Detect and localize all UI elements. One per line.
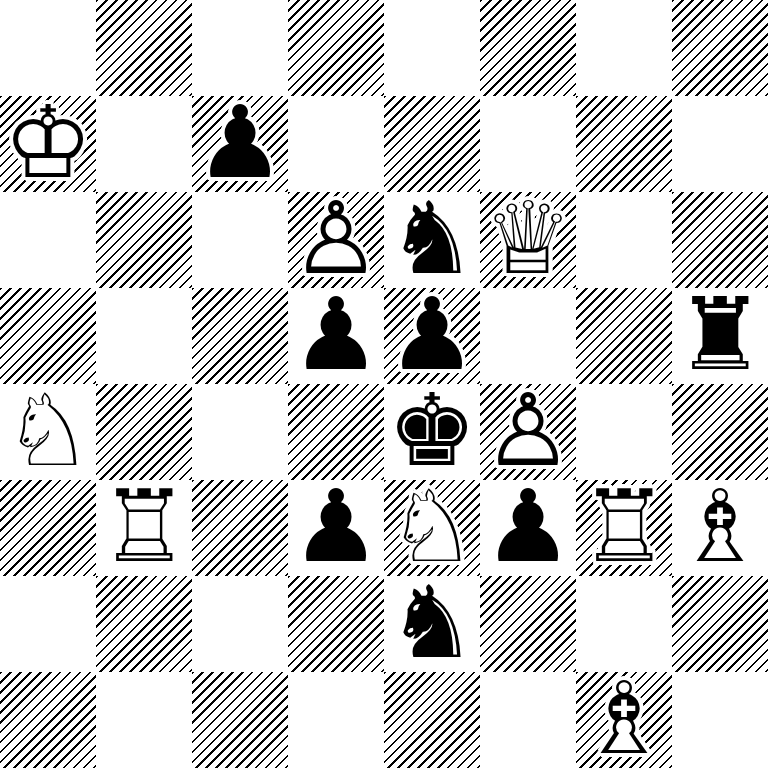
square-c5[interactable] bbox=[192, 288, 288, 384]
square-e7[interactable] bbox=[384, 96, 480, 192]
square-g5[interactable] bbox=[576, 288, 672, 384]
piece-white-pawn[interactable]: ♟♙ bbox=[480, 384, 576, 480]
piece-white-bishop[interactable]: ♝♗ bbox=[672, 480, 768, 576]
square-a1[interactable] bbox=[0, 672, 96, 768]
piece-black-pawn[interactable]: ♟♟ bbox=[192, 96, 288, 192]
square-b3[interactable]: ♜♖ bbox=[96, 480, 192, 576]
black-pawn-icon: ♟ bbox=[192, 96, 288, 192]
black-knight-icon: ♞ bbox=[384, 576, 480, 672]
white-rook-icon: ♖ bbox=[576, 480, 672, 576]
square-b6[interactable] bbox=[96, 192, 192, 288]
piece-white-rook[interactable]: ♜♖ bbox=[96, 480, 192, 576]
piece-black-pawn[interactable]: ♟♟ bbox=[384, 288, 480, 384]
black-knight-icon: ♞ bbox=[384, 192, 480, 288]
piece-white-pawn[interactable]: ♟♙ bbox=[288, 192, 384, 288]
square-h5[interactable]: ♜♜ bbox=[672, 288, 768, 384]
square-h1[interactable] bbox=[672, 672, 768, 768]
white-rook-halo-glyph: ♜ bbox=[96, 480, 192, 576]
square-e1[interactable] bbox=[384, 672, 480, 768]
piece-black-knight[interactable]: ♞♞ bbox=[384, 576, 480, 672]
square-h2[interactable] bbox=[672, 576, 768, 672]
square-b4[interactable] bbox=[96, 384, 192, 480]
square-h4[interactable] bbox=[672, 384, 768, 480]
square-f4[interactable]: ♟♙ bbox=[480, 384, 576, 480]
square-e2[interactable]: ♞♞ bbox=[384, 576, 480, 672]
square-g3[interactable]: ♜♖ bbox=[576, 480, 672, 576]
white-pawn-icon: ♙ bbox=[480, 384, 576, 480]
square-c2[interactable] bbox=[192, 576, 288, 672]
black-king-halo-glyph: ♚ bbox=[384, 384, 480, 480]
square-b7[interactable] bbox=[96, 96, 192, 192]
square-g8[interactable] bbox=[576, 0, 672, 96]
square-e6[interactable]: ♞♞ bbox=[384, 192, 480, 288]
square-a2[interactable] bbox=[0, 576, 96, 672]
white-queen-halo-glyph: ♛ bbox=[480, 192, 576, 288]
piece-black-pawn[interactable]: ♟♟ bbox=[480, 480, 576, 576]
black-pawn-icon: ♟ bbox=[384, 288, 480, 384]
square-f3[interactable]: ♟♟ bbox=[480, 480, 576, 576]
square-b1[interactable] bbox=[96, 672, 192, 768]
piece-white-queen[interactable]: ♛♕ bbox=[480, 192, 576, 288]
square-a8[interactable] bbox=[0, 0, 96, 96]
square-e8[interactable] bbox=[384, 0, 480, 96]
square-d3[interactable]: ♟♟ bbox=[288, 480, 384, 576]
square-a6[interactable] bbox=[0, 192, 96, 288]
black-pawn-halo-glyph: ♟ bbox=[288, 480, 384, 576]
black-pawn-halo-glyph: ♟ bbox=[192, 96, 288, 192]
white-pawn-halo-glyph: ♟ bbox=[288, 192, 384, 288]
square-d5[interactable]: ♟♟ bbox=[288, 288, 384, 384]
white-queen-icon: ♕ bbox=[480, 192, 576, 288]
square-h7[interactable] bbox=[672, 96, 768, 192]
white-king-halo-glyph: ♚ bbox=[0, 96, 96, 192]
white-knight-icon: ♘ bbox=[384, 480, 480, 576]
white-bishop-icon: ♗ bbox=[576, 672, 672, 768]
square-c3[interactable] bbox=[192, 480, 288, 576]
square-h6[interactable] bbox=[672, 192, 768, 288]
black-king-icon: ♚ bbox=[384, 384, 480, 480]
square-g4[interactable] bbox=[576, 384, 672, 480]
square-d4[interactable] bbox=[288, 384, 384, 480]
square-a4[interactable]: ♞♘ bbox=[0, 384, 96, 480]
square-f8[interactable] bbox=[480, 0, 576, 96]
square-b5[interactable] bbox=[96, 288, 192, 384]
square-g6[interactable] bbox=[576, 192, 672, 288]
white-rook-icon: ♖ bbox=[96, 480, 192, 576]
piece-white-king[interactable]: ♚♔ bbox=[0, 96, 96, 192]
piece-white-knight[interactable]: ♞♘ bbox=[384, 480, 480, 576]
square-d2[interactable] bbox=[288, 576, 384, 672]
black-knight-halo-glyph: ♞ bbox=[384, 192, 480, 288]
white-bishop-icon: ♗ bbox=[672, 480, 768, 576]
square-g1[interactable]: ♝♗ bbox=[576, 672, 672, 768]
piece-black-pawn[interactable]: ♟♟ bbox=[288, 480, 384, 576]
piece-black-knight[interactable]: ♞♞ bbox=[384, 192, 480, 288]
black-pawn-icon: ♟ bbox=[480, 480, 576, 576]
square-h3[interactable]: ♝♗ bbox=[672, 480, 768, 576]
square-a7[interactable]: ♚♔ bbox=[0, 96, 96, 192]
black-pawn-icon: ♟ bbox=[288, 480, 384, 576]
square-c7[interactable]: ♟♟ bbox=[192, 96, 288, 192]
square-c1[interactable] bbox=[192, 672, 288, 768]
black-pawn-halo-glyph: ♟ bbox=[288, 288, 384, 384]
square-f5[interactable] bbox=[480, 288, 576, 384]
piece-white-rook[interactable]: ♜♖ bbox=[576, 480, 672, 576]
black-knight-halo-glyph: ♞ bbox=[384, 576, 480, 672]
square-h8[interactable] bbox=[672, 0, 768, 96]
square-g7[interactable] bbox=[576, 96, 672, 192]
piece-black-rook[interactable]: ♜♜ bbox=[672, 288, 768, 384]
white-bishop-halo-glyph: ♝ bbox=[672, 480, 768, 576]
white-pawn-icon: ♙ bbox=[288, 192, 384, 288]
square-g2[interactable] bbox=[576, 576, 672, 672]
square-b8[interactable] bbox=[96, 0, 192, 96]
piece-black-king[interactable]: ♚♚ bbox=[384, 384, 480, 480]
square-e5[interactable]: ♟♟ bbox=[384, 288, 480, 384]
piece-white-bishop[interactable]: ♝♗ bbox=[576, 672, 672, 768]
square-d8[interactable] bbox=[288, 0, 384, 96]
white-pawn-halo-glyph: ♟ bbox=[480, 384, 576, 480]
square-d7[interactable] bbox=[288, 96, 384, 192]
square-c6[interactable] bbox=[192, 192, 288, 288]
square-c4[interactable] bbox=[192, 384, 288, 480]
square-e3[interactable]: ♞♘ bbox=[384, 480, 480, 576]
white-knight-icon: ♘ bbox=[0, 384, 96, 480]
white-knight-halo-glyph: ♞ bbox=[0, 384, 96, 480]
white-king-icon: ♔ bbox=[0, 96, 96, 192]
square-d6[interactable]: ♟♙ bbox=[288, 192, 384, 288]
white-knight-halo-glyph: ♞ bbox=[384, 480, 480, 576]
square-f7[interactable] bbox=[480, 96, 576, 192]
square-c8[interactable] bbox=[192, 0, 288, 96]
piece-white-knight[interactable]: ♞♘ bbox=[0, 384, 96, 480]
piece-black-pawn[interactable]: ♟♟ bbox=[288, 288, 384, 384]
square-e4[interactable]: ♚♚ bbox=[384, 384, 480, 480]
white-rook-halo-glyph: ♜ bbox=[576, 480, 672, 576]
square-a3[interactable] bbox=[0, 480, 96, 576]
square-b2[interactable] bbox=[96, 576, 192, 672]
square-f6[interactable]: ♛♕ bbox=[480, 192, 576, 288]
square-d1[interactable] bbox=[288, 672, 384, 768]
black-rook-halo-glyph: ♜ bbox=[672, 288, 768, 384]
black-pawn-halo-glyph: ♟ bbox=[384, 288, 480, 384]
chess-board: ♚♔♟♟♟♙♞♞♛♕♟♟♟♟♜♜♞♘♚♚♟♙♜♖♟♟♞♘♟♟♜♖♝♗♞♞♝♗ bbox=[0, 0, 768, 768]
square-a5[interactable] bbox=[0, 288, 96, 384]
black-pawn-halo-glyph: ♟ bbox=[480, 480, 576, 576]
white-bishop-halo-glyph: ♝ bbox=[576, 672, 672, 768]
square-f2[interactable] bbox=[480, 576, 576, 672]
square-f1[interactable] bbox=[480, 672, 576, 768]
black-rook-icon: ♜ bbox=[672, 288, 768, 384]
black-pawn-icon: ♟ bbox=[288, 288, 384, 384]
